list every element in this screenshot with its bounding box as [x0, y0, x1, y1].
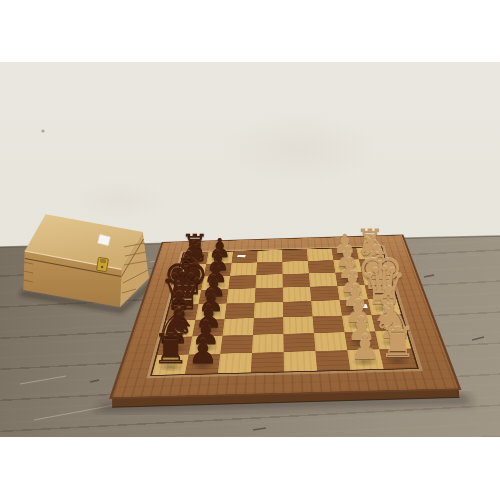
board-square	[315, 350, 350, 370]
board-square	[282, 249, 308, 261]
piece-contact-shadow	[368, 290, 391, 298]
board-square	[220, 335, 253, 354]
board-square	[311, 300, 342, 316]
board-square	[227, 288, 256, 303]
board-square	[254, 302, 283, 318]
board-square	[251, 352, 284, 372]
piece-contact-shadow	[334, 252, 355, 260]
board-square	[283, 333, 315, 352]
board-square	[228, 275, 256, 289]
board-square	[255, 287, 283, 302]
piece-contact-shadow	[171, 310, 195, 319]
price-tag-on-board-far	[237, 255, 246, 258]
board-square	[314, 332, 347, 351]
piece-contact-shadow	[174, 295, 197, 303]
piece-contact-shadow	[207, 268, 229, 276]
piece-contact-shadow	[343, 305, 367, 314]
board-square	[255, 274, 282, 288]
board-square	[223, 318, 254, 336]
board-square	[284, 351, 317, 371]
piece-contact-shadow	[341, 291, 364, 299]
photo-chess-set-listing: ♜♟♟♜♞♟♟♞♝♟♟♝♚♟♟♚♛♟♟♛♝♟♟♝♞♟♟♞♜♟♟♜	[0, 0, 500, 500]
board-square	[283, 316, 314, 333]
piece-contact-shadow	[384, 356, 411, 366]
board-square	[308, 260, 335, 273]
board-square	[253, 317, 283, 334]
board-square	[230, 262, 257, 275]
board-square	[225, 303, 255, 319]
piece-contact-shadow	[193, 343, 219, 352]
board-square	[283, 287, 311, 302]
piece-contact-shadow	[365, 276, 388, 284]
chess-box	[23, 214, 149, 307]
piece-contact-shadow	[205, 281, 227, 289]
board-square	[256, 262, 282, 275]
piece-contact-shadow	[202, 295, 225, 303]
board-square	[283, 301, 313, 317]
board-square	[312, 316, 344, 333]
wall-mark	[41, 129, 44, 132]
board-square	[252, 334, 284, 353]
piece-contact-shadow	[351, 357, 378, 367]
piece-contact-shadow	[178, 282, 200, 290]
piece-contact-shadow	[348, 338, 374, 347]
piece-contact-shadow	[157, 362, 184, 372]
board-square	[282, 261, 309, 274]
board-square	[307, 249, 333, 261]
board-square	[310, 286, 340, 301]
piece-contact-shadow	[336, 264, 358, 272]
piece-contact-shadow	[338, 277, 361, 285]
board-square	[257, 250, 282, 262]
piece-contact-shadow	[380, 338, 406, 347]
board-square	[309, 273, 337, 287]
piece-contact-shadow	[162, 344, 188, 353]
board-square	[283, 273, 310, 287]
box-latch	[97, 257, 109, 271]
piece-contact-shadow	[360, 251, 381, 259]
board-square	[218, 353, 252, 373]
